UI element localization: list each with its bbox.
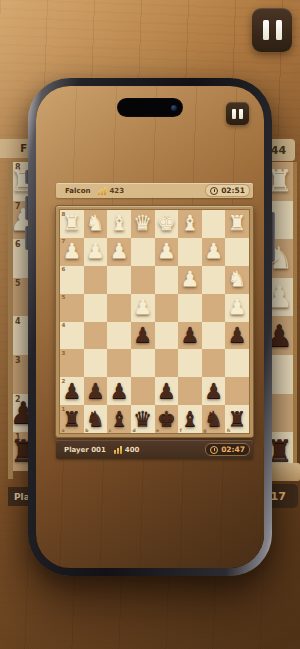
- square-b5[interactable]: [84, 294, 108, 322]
- rank-label: 2: [62, 378, 66, 384]
- pause-icon: [232, 109, 236, 119]
- square-a8[interactable]: 8♜: [60, 210, 84, 238]
- pause-icon: [239, 109, 243, 119]
- square-g6[interactable]: [202, 266, 226, 294]
- opponent-clock: 02:51: [205, 184, 250, 197]
- pause-button[interactable]: [226, 102, 249, 125]
- square-g1[interactable]: g♞: [202, 405, 226, 433]
- pause-icon: [263, 20, 269, 40]
- white-pawn[interactable]: ♟: [155, 238, 179, 266]
- square-a1[interactable]: 1a♜: [60, 405, 84, 433]
- white-pawn[interactable]: ♟: [178, 266, 202, 294]
- square-e6[interactable]: [155, 266, 179, 294]
- chess-board-grid: 8♜♞♝♛♚♝♜7♟♟♟♟♟6♟♞5♟♟4♟♟♟32♟♟♟♟♟1a♜b♞c♝d♛…: [59, 209, 250, 434]
- square-c6[interactable]: [107, 266, 131, 294]
- square-d6[interactable]: [131, 266, 155, 294]
- player-coins: 400: [125, 446, 140, 454]
- player-bar: Player 001 400 02:47: [56, 440, 253, 459]
- square-f4[interactable]: ♟: [178, 322, 202, 350]
- square-h5[interactable]: ♟: [225, 294, 249, 322]
- rank-label: 7: [62, 238, 66, 244]
- background-pause-button[interactable]: [252, 8, 292, 52]
- square-h6[interactable]: ♞: [225, 266, 249, 294]
- square-b7[interactable]: ♟: [84, 238, 108, 266]
- white-pawn[interactable]: ♟: [107, 238, 131, 266]
- square-h7[interactable]: [225, 238, 249, 266]
- rank-label: 4: [15, 317, 21, 326]
- white-pawn[interactable]: ♟: [84, 238, 108, 266]
- rank-label: 4: [62, 322, 66, 328]
- black-pawn[interactable]: ♟: [225, 322, 249, 350]
- white-queen[interactable]: ♛: [131, 210, 155, 238]
- square-b1[interactable]: b♞: [84, 405, 108, 433]
- square-c2[interactable]: ♟: [107, 377, 131, 405]
- square-b6[interactable]: [84, 266, 108, 294]
- square-a4[interactable]: 4: [60, 322, 84, 350]
- square-a5[interactable]: 5: [60, 294, 84, 322]
- square-b3[interactable]: [84, 349, 108, 377]
- square-h1[interactable]: h♜: [225, 405, 249, 433]
- square-b2[interactable]: ♟: [84, 377, 108, 405]
- square-b4[interactable]: [84, 322, 108, 350]
- black-pawn[interactable]: ♟: [202, 377, 226, 405]
- black-pawn[interactable]: ♟: [178, 322, 202, 350]
- square-h4[interactable]: ♟: [225, 322, 249, 350]
- square-g4[interactable]: [202, 322, 226, 350]
- square-h3[interactable]: [225, 349, 249, 377]
- square-e3[interactable]: [155, 349, 179, 377]
- background-opponent-bar-fragment: F: [0, 139, 30, 158]
- square-c7[interactable]: ♟: [107, 238, 131, 266]
- square-e4[interactable]: [155, 322, 179, 350]
- square-a7[interactable]: 7♟: [60, 238, 84, 266]
- background-timer-text: 44: [271, 144, 286, 157]
- square-e1[interactable]: e♚: [155, 405, 179, 433]
- square-a3[interactable]: 3: [60, 349, 84, 377]
- square-g7[interactable]: ♟: [202, 238, 226, 266]
- square-f6[interactable]: ♟: [178, 266, 202, 294]
- coins-icon: [98, 187, 106, 195]
- square-a6[interactable]: 6: [60, 266, 84, 294]
- white-bishop[interactable]: ♝: [178, 210, 202, 238]
- rank-label: 1: [62, 406, 66, 412]
- square-f8[interactable]: ♝: [178, 210, 202, 238]
- black-pawn[interactable]: ♟: [155, 377, 179, 405]
- square-c8[interactable]: ♝: [107, 210, 131, 238]
- square-f1[interactable]: f♝: [178, 405, 202, 433]
- square-d3[interactable]: [131, 349, 155, 377]
- background-opponent-text: F: [20, 143, 27, 154]
- square-g2[interactable]: ♟: [202, 377, 226, 405]
- rank-label: 8: [62, 211, 66, 217]
- phone-screen: Falcon 423 02:51 8♜♞♝♛♚♝♜7♟♟♟♟♟6♟♞5♟♟4♟♟…: [36, 86, 264, 568]
- white-king[interactable]: ♚: [155, 210, 179, 238]
- square-e8[interactable]: ♚: [155, 210, 179, 238]
- file-label: a: [62, 428, 65, 433]
- square-e7[interactable]: ♟: [155, 238, 179, 266]
- square-c3[interactable]: [107, 349, 131, 377]
- player-time: 02:47: [221, 445, 245, 454]
- rank-label: 3: [15, 356, 21, 365]
- rank-label: 5: [62, 294, 66, 300]
- square-h2[interactable]: [225, 377, 249, 405]
- file-label: h: [227, 428, 230, 433]
- screenshot-root: F 44 8♜7♟65432♟1♜ ♜♞♟♟♜ Pla :17 Falcon: [0, 0, 300, 649]
- square-d2[interactable]: [131, 377, 155, 405]
- clock-icon: [210, 446, 218, 454]
- square-e2[interactable]: ♟: [155, 377, 179, 405]
- square-d8[interactable]: ♛: [131, 210, 155, 238]
- square-d4[interactable]: ♟: [131, 322, 155, 350]
- opponent-coins: 423: [109, 187, 124, 195]
- square-d5[interactable]: ♟: [131, 294, 155, 322]
- square-c1[interactable]: c♝: [107, 405, 131, 433]
- black-bishop[interactable]: ♝: [178, 405, 202, 433]
- square-f3[interactable]: [178, 349, 202, 377]
- black-pawn[interactable]: ♟: [107, 377, 131, 405]
- camera-icon: [171, 105, 177, 111]
- white-knight[interactable]: ♞: [84, 210, 108, 238]
- rank-label: 6: [15, 240, 21, 249]
- white-knight[interactable]: ♞: [225, 266, 249, 294]
- square-g8[interactable]: [202, 210, 226, 238]
- square-e5[interactable]: [155, 294, 179, 322]
- white-pawn[interactable]: ♟: [131, 294, 155, 322]
- dynamic-island: [117, 98, 183, 117]
- square-h8[interactable]: ♜: [225, 210, 249, 238]
- opponent-time: 02:51: [221, 186, 245, 195]
- square-f5[interactable]: [178, 294, 202, 322]
- coins-icon: [114, 446, 122, 454]
- square-a2[interactable]: 2♟: [60, 377, 84, 405]
- file-label: c: [109, 428, 112, 433]
- file-label: e: [156, 428, 159, 433]
- black-pawn[interactable]: ♟: [131, 322, 155, 350]
- file-label: b: [85, 428, 88, 433]
- player-clock: 02:47: [205, 443, 250, 456]
- square-f7[interactable]: [178, 238, 202, 266]
- white-rook[interactable]: ♜: [225, 210, 249, 238]
- square-c4[interactable]: [107, 322, 131, 350]
- rank-label: 5: [15, 279, 21, 288]
- chess-board: 8♜♞♝♛♚♝♜7♟♟♟♟♟6♟♞5♟♟4♟♟♟32♟♟♟♟♟1a♜b♞c♝d♛…: [55, 205, 254, 438]
- square-b8[interactable]: ♞: [84, 210, 108, 238]
- opponent-name: Falcon: [65, 187, 90, 195]
- square-g5[interactable]: [202, 294, 226, 322]
- white-bishop[interactable]: ♝: [107, 210, 131, 238]
- file-label: g: [203, 428, 206, 433]
- opponent-bar: Falcon 423 02:51: [56, 183, 253, 198]
- rank-label: 6: [62, 266, 66, 272]
- file-label: f: [180, 428, 182, 433]
- clock-icon: [210, 187, 218, 195]
- white-pawn[interactable]: ♟: [225, 294, 249, 322]
- black-pawn[interactable]: ♟: [84, 377, 108, 405]
- phone-mockup: Falcon 423 02:51 8♜♞♝♛♚♝♜7♟♟♟♟♟6♟♞5♟♟4♟♟…: [28, 78, 272, 576]
- player-name: Player 001: [64, 446, 106, 454]
- square-c5[interactable]: [107, 294, 131, 322]
- square-f2[interactable]: [178, 377, 202, 405]
- pause-icon: [276, 20, 282, 40]
- file-label: d: [132, 428, 135, 433]
- square-d7[interactable]: [131, 238, 155, 266]
- rank-label: 3: [62, 350, 66, 356]
- white-pawn[interactable]: ♟: [202, 238, 226, 266]
- square-g3[interactable]: [202, 349, 226, 377]
- square-d1[interactable]: d♛: [131, 405, 155, 433]
